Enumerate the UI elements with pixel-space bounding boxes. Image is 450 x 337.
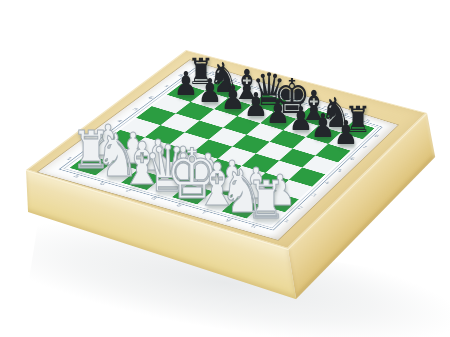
coordinate-label: g — [225, 217, 233, 221]
coordinate-label: c — [255, 85, 261, 89]
coordinate-label: 1 — [283, 219, 290, 223]
coordinate-label: a — [72, 174, 80, 178]
coordinate-label: 5 — [336, 169, 343, 173]
coordinate-label: d — [150, 196, 158, 201]
coordinate-label: 3 — [310, 193, 317, 197]
coordinate-label: f — [201, 211, 207, 215]
coordinate-label: e — [175, 203, 183, 207]
coordinate-label: h — [250, 224, 258, 228]
coordinate-label: b — [98, 181, 106, 186]
coordinate-label: a — [209, 71, 216, 75]
chess-set-product-photo: aa88bb77cc66dd55ee44ff33gg22hh11 ♜♞♝♛♚♝♞… — [0, 0, 450, 337]
coordinate-label: 4 — [323, 181, 330, 185]
coordinate-label: c — [124, 189, 132, 193]
coordinate-label: 8 — [373, 134, 379, 138]
coordinate-label: b — [232, 78, 239, 82]
coordinate-label: 6 — [349, 157, 356, 161]
coordinate-label: 7 — [361, 145, 368, 149]
coordinate-label: 2 — [297, 206, 304, 210]
